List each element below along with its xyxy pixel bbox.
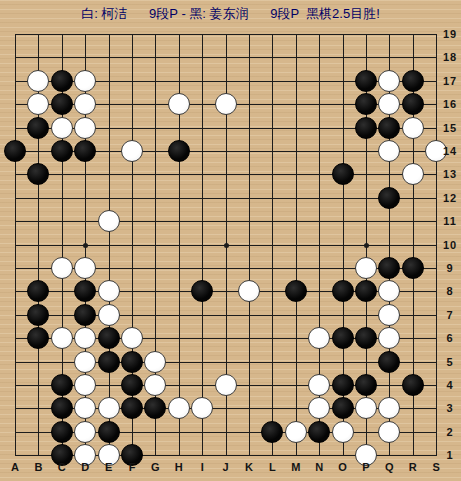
row-label-5: 5 — [446, 356, 453, 368]
stone-white[interactable] — [51, 117, 73, 139]
col-label-R: R — [409, 461, 417, 473]
col-label-F: F — [129, 461, 136, 473]
row-label-7: 7 — [446, 309, 453, 321]
stone-black[interactable] — [332, 163, 354, 185]
row-label-9: 9 — [446, 262, 453, 274]
stone-black[interactable] — [378, 117, 400, 139]
stone-white[interactable] — [74, 70, 96, 92]
stone-black[interactable] — [332, 280, 354, 302]
stone-white[interactable] — [74, 351, 96, 373]
stone-black[interactable] — [51, 421, 73, 443]
stone-black[interactable] — [51, 70, 73, 92]
stone-black[interactable] — [51, 374, 73, 396]
stone-black[interactable] — [355, 117, 377, 139]
col-label-A: A — [11, 461, 19, 473]
stone-white[interactable] — [215, 374, 237, 396]
stone-black[interactable] — [121, 374, 143, 396]
stone-black[interactable] — [51, 140, 73, 162]
stone-black[interactable] — [74, 304, 96, 326]
col-label-D: D — [81, 461, 89, 473]
stone-white[interactable] — [74, 117, 96, 139]
row-label-15: 15 — [443, 122, 457, 134]
col-label-S: S — [433, 461, 440, 473]
go-game-viewer: 白: 柯洁 9段P - 黑: 姜东润 9段P 黑棋2.5目胜! ABCDEFGH… — [0, 0, 461, 481]
star-point — [224, 243, 229, 248]
star-point — [83, 243, 88, 248]
stone-white[interactable] — [51, 327, 73, 349]
stone-black[interactable] — [4, 140, 26, 162]
stone-black[interactable] — [308, 421, 330, 443]
col-label-Q: Q — [385, 461, 394, 473]
stone-white[interactable] — [402, 117, 424, 139]
row-label-14: 14 — [443, 145, 457, 157]
stone-black[interactable] — [121, 351, 143, 373]
row-label-18: 18 — [443, 51, 457, 63]
row-label-2: 2 — [446, 426, 453, 438]
stone-black[interactable] — [402, 257, 424, 279]
stone-black[interactable] — [332, 327, 354, 349]
col-label-B: B — [34, 461, 42, 473]
stone-white[interactable] — [74, 421, 96, 443]
col-label-K: K — [245, 461, 253, 473]
col-label-J: J — [223, 461, 229, 473]
col-label-I: I — [201, 461, 204, 473]
stone-black[interactable] — [402, 374, 424, 396]
col-label-E: E — [105, 461, 112, 473]
stone-black[interactable] — [168, 140, 190, 162]
row-label-12: 12 — [443, 192, 457, 204]
stone-black[interactable] — [332, 397, 354, 419]
stone-white[interactable] — [215, 93, 237, 115]
col-label-M: M — [291, 461, 300, 473]
stone-black[interactable] — [51, 93, 73, 115]
stone-white[interactable] — [98, 280, 120, 302]
row-label-10: 10 — [443, 239, 457, 251]
stone-black[interactable] — [355, 374, 377, 396]
stone-black[interactable] — [402, 70, 424, 92]
star-point — [364, 243, 369, 248]
col-label-G: G — [151, 461, 160, 473]
stone-black[interactable] — [98, 327, 120, 349]
col-label-H: H — [175, 461, 183, 473]
row-label-3: 3 — [446, 402, 453, 414]
stone-white[interactable] — [98, 304, 120, 326]
row-label-19: 19 — [443, 28, 457, 40]
stone-black[interactable] — [332, 374, 354, 396]
stone-black[interactable] — [402, 93, 424, 115]
stone-white[interactable] — [98, 210, 120, 232]
stone-black[interactable] — [378, 351, 400, 373]
col-label-C: C — [58, 461, 66, 473]
stone-black[interactable] — [27, 117, 49, 139]
stone-white[interactable] — [144, 351, 166, 373]
stone-white[interactable] — [98, 397, 120, 419]
row-label-1: 1 — [446, 449, 453, 461]
row-label-13: 13 — [443, 168, 457, 180]
stone-black[interactable] — [98, 421, 120, 443]
stone-white[interactable] — [121, 140, 143, 162]
row-label-8: 8 — [446, 285, 453, 297]
go-board[interactable]: ABCDEFGHIJKLMNOPQRS 19181716151413121110… — [0, 0, 461, 481]
row-label-17: 17 — [443, 75, 457, 87]
stone-white[interactable] — [168, 93, 190, 115]
row-label-11: 11 — [443, 215, 457, 227]
row-label-6: 6 — [446, 332, 453, 344]
stone-black[interactable] — [98, 351, 120, 373]
stone-white[interactable] — [51, 257, 73, 279]
stone-white[interactable] — [285, 421, 307, 443]
row-label-16: 16 — [443, 98, 457, 110]
stone-white[interactable] — [355, 257, 377, 279]
stone-white[interactable] — [332, 421, 354, 443]
row-label-4: 4 — [446, 379, 453, 391]
stone-black[interactable] — [355, 70, 377, 92]
col-label-O: O — [338, 461, 347, 473]
col-label-L: L — [269, 461, 276, 473]
col-label-N: N — [315, 461, 323, 473]
col-label-P: P — [362, 461, 369, 473]
